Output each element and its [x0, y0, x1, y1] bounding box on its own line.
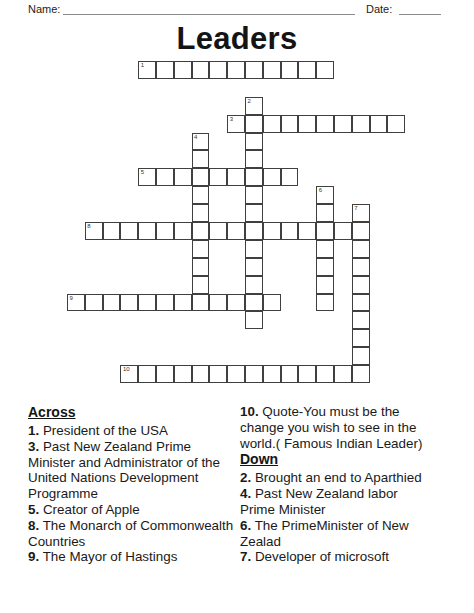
grid-cell-r10c10[interactable] — [245, 240, 263, 258]
grid-cell-r17c3[interactable]: 10 — [120, 365, 138, 383]
grid-cell-r2c10[interactable]: 2 — [245, 97, 263, 115]
grid-cell-r9c6[interactable] — [174, 222, 192, 240]
grid-cell-r13c1[interactable] — [85, 294, 103, 312]
puzzle-title: Leaders — [0, 21, 474, 57]
grid-cell-r4c7[interactable]: 4 — [192, 133, 210, 151]
grid-cell-r12c16[interactable] — [352, 276, 370, 294]
clues-across-column: Across 1. President of the USA3. Past Ne… — [28, 404, 235, 565]
grid-cell-r9c5[interactable] — [156, 222, 174, 240]
grid-cell-r17c15[interactable] — [334, 365, 352, 383]
across-clue-list: 1. President of the USA3. Past New Zeala… — [28, 423, 235, 565]
grid-cell-r8c7[interactable] — [192, 204, 210, 222]
date-blank-line — [399, 1, 441, 15]
grid-cell-r17c14[interactable] — [316, 365, 334, 383]
grid-cell-r3c14[interactable] — [316, 115, 334, 133]
grid-cell-r0c5[interactable] — [156, 61, 174, 79]
down-clue-list: 2. Brought an end to Aparthied4. Past Ne… — [240, 470, 436, 565]
grid-cell-r9c12[interactable] — [281, 222, 299, 240]
grid-cell-r3c15[interactable] — [334, 115, 352, 133]
grid-cell-r13c11[interactable] — [263, 294, 281, 312]
grid-cell-r13c16[interactable] — [352, 294, 370, 312]
grid-cell-r3c12[interactable] — [281, 115, 299, 133]
grid-cell-r0c8[interactable] — [209, 61, 227, 79]
grid-cell-r9c9[interactable] — [227, 222, 245, 240]
grid-cell-r9c11[interactable] — [263, 222, 281, 240]
grid-cell-r0c4[interactable]: 1 — [138, 61, 156, 79]
grid-cell-r9c15[interactable] — [334, 222, 352, 240]
grid-cell-r3c10[interactable] — [245, 115, 263, 133]
grid-cell-r10c14[interactable] — [316, 240, 334, 258]
grid-cell-r6c8[interactable] — [209, 168, 227, 186]
clue-2: 2. Brought an end to Aparthied — [240, 470, 436, 486]
grid-cell-r9c16[interactable] — [352, 222, 370, 240]
grid-cell-r0c12[interactable] — [281, 61, 299, 79]
clue-5: 5. Creator of Apple — [28, 502, 235, 518]
grid-cell-r3c18[interactable] — [387, 115, 405, 133]
grid-cell-r7c7[interactable] — [192, 186, 210, 204]
grid-cell-r6c12[interactable] — [281, 168, 299, 186]
grid-cell-r9c3[interactable] — [120, 222, 138, 240]
grid-cell-r6c10[interactable] — [245, 168, 263, 186]
grid-cell-r17c11[interactable] — [263, 365, 281, 383]
grid-cell-r0c7[interactable] — [192, 61, 210, 79]
cell-number-5: 5 — [141, 169, 144, 176]
grid-cell-r8c14[interactable] — [316, 204, 334, 222]
cell-number-3: 3 — [230, 116, 233, 123]
clue-1: 1. President of the USA — [28, 423, 235, 439]
grid-cell-r0c11[interactable] — [263, 61, 281, 79]
grid-cell-r12c14[interactable] — [316, 276, 334, 294]
grid-cell-r7c10[interactable] — [245, 186, 263, 204]
grid-cell-r11c7[interactable] — [192, 258, 210, 276]
grid-cell-r4c10[interactable] — [245, 133, 263, 151]
grid-cell-r7c14[interactable]: 6 — [316, 186, 334, 204]
name-label: Name: — [28, 3, 60, 15]
across-clue-overflow: 10. Quote-You must be the change you wis… — [240, 404, 436, 451]
grid-cell-r16c16[interactable] — [352, 347, 370, 365]
grid-cell-r17c7[interactable] — [192, 365, 210, 383]
grid-cell-r0c10[interactable] — [245, 61, 263, 79]
cell-number-2: 2 — [247, 98, 250, 105]
grid-cell-r11c14[interactable] — [316, 258, 334, 276]
grid-cell-r8c10[interactable] — [245, 204, 263, 222]
grid-cell-r6c9[interactable] — [227, 168, 245, 186]
clue-9: 9. The Mayor of Hastings — [28, 549, 235, 565]
crossword-grid: 12345678910 — [67, 61, 405, 383]
grid-cell-r17c9[interactable] — [227, 365, 245, 383]
grid-cell-r14c10[interactable] — [245, 311, 263, 329]
grid-cell-r9c8[interactable] — [209, 222, 227, 240]
grid-cell-r13c14[interactable] — [316, 294, 334, 312]
grid-cell-r13c6[interactable] — [174, 294, 192, 312]
cell-number-4: 4 — [194, 134, 197, 141]
grid-cell-r12c7[interactable] — [192, 276, 210, 294]
grid-cell-r13c3[interactable] — [120, 294, 138, 312]
grid-cell-r9c2[interactable] — [103, 222, 121, 240]
grid-cell-r9c13[interactable] — [298, 222, 316, 240]
grid-cell-r11c10[interactable] — [245, 258, 263, 276]
grid-cell-r0c9[interactable] — [227, 61, 245, 79]
grid-cell-r6c7[interactable] — [192, 168, 210, 186]
grid-cell-r17c10[interactable] — [245, 365, 263, 383]
cell-number-10: 10 — [123, 366, 130, 373]
clues-section: Across 1. President of the USA3. Past Ne… — [28, 404, 436, 565]
clues-right-column: 10. Quote-You must be the change you wis… — [240, 404, 436, 565]
grid-cell-r8c16[interactable]: 7 — [352, 204, 370, 222]
grid-cell-r9c10[interactable] — [245, 222, 263, 240]
grid-cell-r0c6[interactable] — [174, 61, 192, 79]
grid-cell-r12c10[interactable] — [245, 276, 263, 294]
grid-cell-r0c14[interactable] — [316, 61, 334, 79]
grid-cell-r3c9[interactable]: 3 — [227, 115, 245, 133]
cell-number-1: 1 — [141, 62, 144, 69]
cell-number-6: 6 — [319, 187, 322, 194]
grid-cell-r17c12[interactable] — [281, 365, 299, 383]
grid-cell-r3c11[interactable] — [263, 115, 281, 133]
clue-6: 6. The PrimeMinister of New Zealad — [240, 518, 436, 550]
cell-number-9: 9 — [70, 295, 73, 302]
grid-cell-r0c13[interactable] — [298, 61, 316, 79]
clue-10: 10. Quote-You must be the change you wis… — [240, 404, 436, 451]
grid-cell-r13c0[interactable]: 9 — [67, 294, 85, 312]
grid-cell-r11c16[interactable] — [352, 258, 370, 276]
grid-cell-r13c4[interactable] — [138, 294, 156, 312]
grid-cell-r3c17[interactable] — [370, 115, 388, 133]
grid-cell-r13c10[interactable] — [245, 294, 263, 312]
grid-cell-r10c16[interactable] — [352, 240, 370, 258]
grid-cell-r6c11[interactable] — [263, 168, 281, 186]
grid-cell-r9c4[interactable] — [138, 222, 156, 240]
clue-8: 8. The Monarch of Commonwealth Countries — [28, 518, 235, 550]
grid-cell-r17c5[interactable] — [156, 365, 174, 383]
clue-7: 7. Developer of microsoft — [240, 549, 436, 565]
grid-cell-r9c7[interactable] — [192, 222, 210, 240]
grid-cell-r9c14[interactable] — [316, 222, 334, 240]
grid-cell-r10c7[interactable] — [192, 240, 210, 258]
grid-cell-r13c9[interactable] — [227, 294, 245, 312]
crossword-worksheet: Name: Date: Leaders 12345678910 Across 1… — [0, 0, 474, 613]
grid-cell-r13c7[interactable] — [192, 294, 210, 312]
grid-cell-r3c13[interactable] — [298, 115, 316, 133]
cell-number-7: 7 — [354, 205, 357, 212]
down-heading: Down — [240, 451, 436, 467]
across-heading: Across — [28, 404, 235, 420]
clue-3: 3. Past New Zealand Prime Minister and A… — [28, 439, 235, 502]
grid-cell-r9c1[interactable]: 8 — [85, 222, 103, 240]
grid-cell-r13c5[interactable] — [156, 294, 174, 312]
grid-cell-r6c6[interactable] — [174, 168, 192, 186]
name-blank-line — [63, 1, 355, 15]
grid-cell-r5c10[interactable] — [245, 150, 263, 168]
grid-cell-r13c2[interactable] — [103, 294, 121, 312]
grid-cell-r17c6[interactable] — [174, 365, 192, 383]
grid-cell-r13c8[interactable] — [209, 294, 227, 312]
grid-cell-r14c16[interactable] — [352, 311, 370, 329]
grid-cell-r17c13[interactable] — [298, 365, 316, 383]
grid-cell-r6c5[interactable] — [156, 168, 174, 186]
grid-cell-r5c7[interactable] — [192, 150, 210, 168]
grid-cell-r3c16[interactable] — [352, 115, 370, 133]
cell-number-8: 8 — [87, 223, 90, 230]
date-label: Date: — [366, 3, 392, 15]
grid-cell-r6c4[interactable]: 5 — [138, 168, 156, 186]
grid-cell-r17c16[interactable] — [352, 365, 370, 383]
clue-4: 4. Past New Zealand labor Prime Minister — [240, 486, 436, 518]
grid-cell-r17c8[interactable] — [209, 365, 227, 383]
grid-cell-r17c4[interactable] — [138, 365, 156, 383]
grid-cell-r15c16[interactable] — [352, 329, 370, 347]
